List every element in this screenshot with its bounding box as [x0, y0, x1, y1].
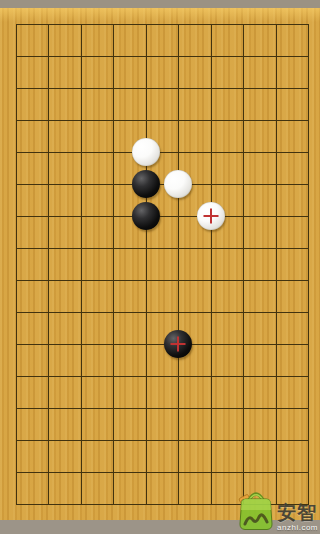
stones-layer [16, 24, 309, 505]
status-bar [0, 0, 320, 8]
anzhi-watermark: 安智 anzhi.com [237, 486, 318, 532]
last-move-marker [197, 202, 225, 230]
black-stone [132, 170, 160, 198]
black-stone [132, 202, 160, 230]
anzhi-domain-label: anzhi.com [277, 524, 318, 532]
black-stone [164, 330, 192, 358]
app-screen: 安智 anzhi.com [0, 0, 320, 534]
anzhi-watermark-text: 安智 anzhi.com [277, 503, 318, 532]
last-move-marker [164, 330, 192, 358]
white-stone [197, 202, 225, 230]
anzhi-brand-label: 安智 [277, 503, 317, 522]
white-stone [164, 170, 192, 198]
board-top-highlight [0, 8, 320, 22]
white-stone [132, 138, 160, 166]
anzhi-shopping-bag-icon [237, 486, 275, 532]
